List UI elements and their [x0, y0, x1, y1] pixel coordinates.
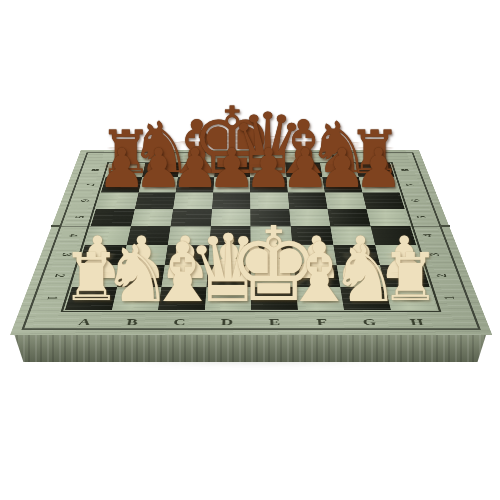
square-d4: [209, 226, 250, 245]
file-label-top-d: D: [228, 154, 238, 160]
square-b4: [126, 226, 170, 245]
square-f8: [285, 163, 322, 177]
rank-label-right-2: 2: [433, 274, 450, 277]
square-e1: [251, 287, 298, 310]
rank-label-right-3: 3: [426, 253, 442, 256]
square-g3: [333, 245, 379, 265]
square-e7: [250, 177, 287, 192]
square-e2: [251, 265, 296, 287]
board-front-edge-face: [11, 333, 489, 362]
rank-label-left-4: 4: [66, 234, 82, 237]
square-h4: [370, 226, 416, 245]
rank-label-right-1: 1: [441, 296, 459, 300]
square-c4: [168, 226, 211, 245]
file-label-bottom-f: F: [316, 317, 328, 328]
fold-hinge-notch-left: [51, 225, 62, 228]
square-f1: [295, 287, 343, 310]
square-c2: [162, 265, 208, 287]
square-h8: [355, 163, 395, 177]
file-label-bottom-b: B: [125, 317, 139, 328]
square-a4: [85, 226, 131, 245]
square-f6: [288, 192, 328, 208]
rank-label-right-4: 4: [420, 234, 436, 237]
file-label-bottom-h: H: [409, 317, 426, 328]
square-c3: [165, 245, 209, 265]
chess-set-product-photo: ABCDEFGHABCDEFGH8765432187654321 ♜♜♞♞♝♝♚…: [0, 0, 500, 500]
square-h6: [362, 192, 404, 208]
file-label-top-g: G: [331, 154, 342, 160]
file-label-top-c: C: [193, 154, 203, 160]
square-d6: [212, 192, 251, 208]
square-e6: [250, 192, 289, 208]
square-c6: [173, 192, 213, 208]
square-d1: [204, 287, 250, 310]
square-d7: [213, 177, 250, 192]
square-a7: [101, 177, 142, 192]
square-f3: [292, 245, 337, 265]
rank-label-left-2: 2: [51, 274, 68, 277]
square-f7: [286, 177, 325, 192]
square-h2: [380, 265, 430, 287]
rank-label-left-7: 7: [83, 184, 97, 186]
square-a5: [91, 209, 135, 226]
rank-label-left-1: 1: [44, 296, 62, 300]
square-h3: [375, 245, 423, 265]
square-d8: [214, 163, 250, 177]
chess-board-top: ABCDEFGHABCDEFGH8765432187654321: [10, 150, 492, 335]
square-h1: [385, 287, 437, 310]
square-c8: [178, 163, 215, 177]
square-g5: [327, 209, 370, 226]
square-c1: [158, 287, 206, 310]
square-a3: [79, 245, 127, 265]
square-g6: [325, 192, 366, 208]
square-a2: [72, 265, 122, 287]
square-b7: [138, 177, 178, 192]
square-h7: [358, 177, 399, 192]
square-e3: [251, 245, 294, 265]
square-d5: [210, 209, 250, 226]
square-b6: [135, 192, 176, 208]
rank-label-right-6: 6: [408, 199, 422, 202]
square-e5: [250, 209, 290, 226]
file-label-bottom-d: D: [221, 317, 234, 328]
square-b3: [122, 245, 168, 265]
file-label-top-e: E: [263, 154, 272, 160]
square-g2: [337, 265, 385, 287]
square-g7: [322, 177, 362, 192]
square-h5: [366, 209, 410, 226]
square-a6: [96, 192, 138, 208]
square-b5: [131, 209, 174, 226]
square-a1: [65, 287, 117, 310]
fold-seam: [52, 226, 450, 227]
file-label-top-h: H: [365, 154, 377, 160]
square-g1: [340, 287, 390, 310]
file-label-top-f: F: [297, 154, 306, 160]
file-label-bottom-e: E: [269, 317, 282, 328]
square-c5: [171, 209, 212, 226]
square-f4: [290, 226, 333, 245]
square-d2: [206, 265, 251, 287]
file-label-bottom-c: C: [173, 317, 187, 328]
file-label-bottom-g: G: [362, 317, 378, 328]
rank-label-right-8: 8: [398, 169, 411, 171]
rank-label-right-7: 7: [403, 184, 417, 186]
rank-label-left-5: 5: [72, 216, 87, 219]
fold-hinge-notch-right: [439, 225, 450, 228]
square-e4: [250, 226, 292, 245]
square-a8: [106, 163, 145, 177]
square-g4: [330, 226, 374, 245]
file-label-top-b: B: [159, 154, 169, 160]
file-label-top-a: A: [124, 154, 135, 160]
rank-label-left-8: 8: [88, 169, 101, 171]
square-b2: [117, 265, 165, 287]
playing-area-grid: [65, 163, 437, 310]
rank-label-left-3: 3: [59, 253, 75, 256]
square-d3: [208, 245, 251, 265]
square-f5: [289, 209, 330, 226]
square-e8: [250, 163, 286, 177]
square-b1: [111, 287, 161, 310]
square-g8: [320, 163, 358, 177]
square-f2: [294, 265, 341, 287]
square-b8: [142, 163, 180, 177]
rank-label-right-5: 5: [414, 216, 429, 219]
file-label-bottom-a: A: [77, 317, 93, 328]
rank-label-left-6: 6: [78, 199, 92, 202]
square-c7: [176, 177, 214, 192]
